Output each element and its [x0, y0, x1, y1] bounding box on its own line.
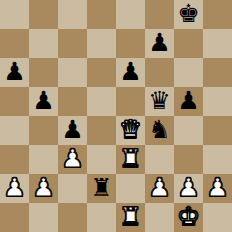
white-pawn-piece[interactable]: ♟	[177, 174, 199, 202]
square-b4[interactable]	[29, 116, 58, 145]
black-pawn-piece[interactable]: ♟	[119, 58, 141, 86]
square-f1[interactable]	[145, 203, 174, 232]
square-b3[interactable]	[29, 145, 58, 174]
square-e6[interactable]: ♟	[116, 58, 145, 87]
square-a1[interactable]	[0, 203, 29, 232]
square-c2[interactable]	[58, 174, 87, 203]
square-c6[interactable]	[58, 58, 87, 87]
white-pawn-piece[interactable]: ♟	[148, 174, 170, 202]
square-b5[interactable]: ♟	[29, 87, 58, 116]
square-a6[interactable]: ♟	[0, 58, 29, 87]
square-e5[interactable]	[116, 87, 145, 116]
square-f3[interactable]	[145, 145, 174, 174]
white-pawn-piece[interactable]: ♟	[206, 174, 228, 202]
square-a4[interactable]	[0, 116, 29, 145]
square-e3[interactable]: ♜	[116, 145, 145, 174]
chess-board: ♚♟♟♟♟♛♟♟♛♞♟♜♟♟♜♟♟♟♜♚	[0, 0, 232, 232]
square-h2[interactable]: ♟	[203, 174, 232, 203]
square-e4[interactable]: ♛	[116, 116, 145, 145]
square-d3[interactable]	[87, 145, 116, 174]
black-queen-piece[interactable]: ♛	[148, 87, 170, 115]
square-d1[interactable]	[87, 203, 116, 232]
square-d5[interactable]	[87, 87, 116, 116]
square-c3[interactable]: ♟	[58, 145, 87, 174]
white-queen-piece[interactable]: ♛	[119, 116, 141, 144]
square-b1[interactable]	[29, 203, 58, 232]
square-h3[interactable]	[203, 145, 232, 174]
black-king-piece[interactable]: ♚	[177, 0, 199, 28]
square-d8[interactable]	[87, 0, 116, 29]
square-c5[interactable]	[58, 87, 87, 116]
square-f2[interactable]: ♟	[145, 174, 174, 203]
square-h8[interactable]	[203, 0, 232, 29]
square-c7[interactable]	[58, 29, 87, 58]
square-h5[interactable]	[203, 87, 232, 116]
black-pawn-piece[interactable]: ♟	[177, 87, 199, 115]
black-pawn-piece[interactable]: ♟	[3, 58, 25, 86]
square-c8[interactable]	[58, 0, 87, 29]
square-a2[interactable]: ♟	[0, 174, 29, 203]
white-pawn-piece[interactable]: ♟	[61, 145, 83, 173]
white-king-piece[interactable]: ♚	[177, 203, 199, 231]
square-g7[interactable]	[174, 29, 203, 58]
square-b6[interactable]	[29, 58, 58, 87]
square-d6[interactable]	[87, 58, 116, 87]
square-a7[interactable]	[0, 29, 29, 58]
square-b8[interactable]	[29, 0, 58, 29]
black-pawn-piece[interactable]: ♟	[61, 116, 83, 144]
square-d7[interactable]	[87, 29, 116, 58]
square-g1[interactable]: ♚	[174, 203, 203, 232]
square-g2[interactable]: ♟	[174, 174, 203, 203]
square-b7[interactable]	[29, 29, 58, 58]
square-e1[interactable]: ♜	[116, 203, 145, 232]
square-g3[interactable]	[174, 145, 203, 174]
square-b2[interactable]: ♟	[29, 174, 58, 203]
white-rook-piece[interactable]: ♜	[119, 145, 141, 173]
square-a8[interactable]	[0, 0, 29, 29]
square-g8[interactable]: ♚	[174, 0, 203, 29]
black-knight-piece[interactable]: ♞	[148, 116, 170, 144]
square-f8[interactable]	[145, 0, 174, 29]
square-c1[interactable]	[58, 203, 87, 232]
square-c4[interactable]: ♟	[58, 116, 87, 145]
square-h7[interactable]	[203, 29, 232, 58]
square-e8[interactable]	[116, 0, 145, 29]
white-pawn-piece[interactable]: ♟	[3, 174, 25, 202]
square-h6[interactable]	[203, 58, 232, 87]
square-h1[interactable]	[203, 203, 232, 232]
square-h4[interactable]	[203, 116, 232, 145]
square-f6[interactable]	[145, 58, 174, 87]
square-f4[interactable]: ♞	[145, 116, 174, 145]
square-d2[interactable]: ♜	[87, 174, 116, 203]
square-f7[interactable]: ♟	[145, 29, 174, 58]
square-e7[interactable]	[116, 29, 145, 58]
white-rook-piece[interactable]: ♜	[119, 203, 141, 231]
square-f5[interactable]: ♛	[145, 87, 174, 116]
square-g6[interactable]	[174, 58, 203, 87]
white-pawn-piece[interactable]: ♟	[32, 174, 54, 202]
black-pawn-piece[interactable]: ♟	[148, 29, 170, 57]
square-g5[interactable]: ♟	[174, 87, 203, 116]
square-a5[interactable]	[0, 87, 29, 116]
black-pawn-piece[interactable]: ♟	[32, 87, 54, 115]
square-a3[interactable]	[0, 145, 29, 174]
black-rook-piece[interactable]: ♜	[90, 174, 112, 202]
square-d4[interactable]	[87, 116, 116, 145]
square-g4[interactable]	[174, 116, 203, 145]
square-e2[interactable]	[116, 174, 145, 203]
